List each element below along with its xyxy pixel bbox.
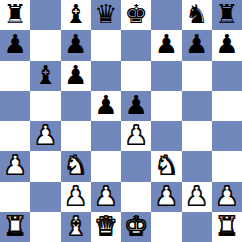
piece-black-rook[interactable]: ♜ bbox=[215, 1, 238, 27]
piece-black-queen[interactable]: ♛ bbox=[94, 1, 117, 27]
square-e2[interactable] bbox=[121, 182, 151, 212]
piece-white-bishop[interactable]: ♝ bbox=[64, 213, 87, 239]
square-a5[interactable] bbox=[0, 91, 30, 121]
square-d1[interactable]: ♛ bbox=[91, 212, 121, 242]
square-b7[interactable] bbox=[30, 30, 60, 60]
piece-black-bishop[interactable]: ♝ bbox=[64, 1, 87, 27]
piece-white-pawn[interactable]: ♟ bbox=[215, 183, 238, 209]
piece-black-pawn[interactable]: ♟ bbox=[215, 31, 238, 57]
piece-white-pawn[interactable]: ♟ bbox=[34, 122, 57, 148]
square-c5[interactable] bbox=[61, 91, 91, 121]
square-f8[interactable] bbox=[151, 0, 181, 30]
piece-white-rook[interactable]: ♜ bbox=[3, 213, 26, 239]
square-d8[interactable]: ♛ bbox=[91, 0, 121, 30]
piece-white-pawn[interactable]: ♟ bbox=[64, 183, 87, 209]
square-d7[interactable] bbox=[91, 30, 121, 60]
piece-black-king[interactable]: ♚ bbox=[124, 1, 147, 27]
piece-black-pawn[interactable]: ♟ bbox=[155, 31, 178, 57]
piece-white-knight[interactable]: ♞ bbox=[155, 152, 178, 178]
piece-white-pawn[interactable]: ♟ bbox=[155, 183, 178, 209]
piece-black-pawn[interactable]: ♟ bbox=[3, 31, 26, 57]
square-e4[interactable]: ♟ bbox=[121, 121, 151, 151]
square-g2[interactable]: ♟ bbox=[182, 182, 212, 212]
piece-white-pawn[interactable]: ♟ bbox=[124, 122, 147, 148]
square-h8[interactable]: ♜ bbox=[212, 0, 242, 30]
piece-white-pawn[interactable]: ♟ bbox=[94, 183, 117, 209]
square-a4[interactable] bbox=[0, 121, 30, 151]
square-d3[interactable] bbox=[91, 151, 121, 181]
square-g8[interactable]: ♞ bbox=[182, 0, 212, 30]
square-d5[interactable]: ♟ bbox=[91, 91, 121, 121]
piece-white-knight[interactable]: ♞ bbox=[64, 152, 87, 178]
piece-black-knight[interactable]: ♞ bbox=[185, 1, 208, 27]
piece-white-king[interactable]: ♚ bbox=[124, 213, 147, 239]
square-e7[interactable] bbox=[121, 30, 151, 60]
piece-black-pawn[interactable]: ♟ bbox=[64, 62, 87, 88]
square-h1[interactable]: ♜ bbox=[212, 212, 242, 242]
square-b3[interactable] bbox=[30, 151, 60, 181]
square-a3[interactable]: ♟ bbox=[0, 151, 30, 181]
square-h4[interactable] bbox=[212, 121, 242, 151]
square-c7[interactable]: ♟ bbox=[61, 30, 91, 60]
square-g3[interactable] bbox=[182, 151, 212, 181]
square-f2[interactable]: ♟ bbox=[151, 182, 181, 212]
square-e3[interactable] bbox=[121, 151, 151, 181]
square-c3[interactable]: ♞ bbox=[61, 151, 91, 181]
square-a2[interactable] bbox=[0, 182, 30, 212]
square-e5[interactable]: ♟ bbox=[121, 91, 151, 121]
square-d4[interactable] bbox=[91, 121, 121, 151]
square-b2[interactable] bbox=[30, 182, 60, 212]
square-d6[interactable] bbox=[91, 61, 121, 91]
square-h6[interactable] bbox=[212, 61, 242, 91]
square-h5[interactable] bbox=[212, 91, 242, 121]
square-f1[interactable] bbox=[151, 212, 181, 242]
square-h3[interactable] bbox=[212, 151, 242, 181]
square-h7[interactable]: ♟ bbox=[212, 30, 242, 60]
square-f3[interactable]: ♞ bbox=[151, 151, 181, 181]
square-f7[interactable]: ♟ bbox=[151, 30, 181, 60]
square-d2[interactable]: ♟ bbox=[91, 182, 121, 212]
square-c1[interactable]: ♝ bbox=[61, 212, 91, 242]
chess-board: ♜♝♛♚♞♜♟♟♟♟♟♝♟♟♟♟♟♟♞♞♟♟♟♟♟♜♝♛♚♜ bbox=[0, 0, 242, 242]
square-b8[interactable] bbox=[30, 0, 60, 30]
square-b5[interactable] bbox=[30, 91, 60, 121]
square-c2[interactable]: ♟ bbox=[61, 182, 91, 212]
square-e6[interactable] bbox=[121, 61, 151, 91]
square-c6[interactable]: ♟ bbox=[61, 61, 91, 91]
square-h2[interactable]: ♟ bbox=[212, 182, 242, 212]
piece-white-pawn[interactable]: ♟ bbox=[3, 152, 26, 178]
piece-black-rook[interactable]: ♜ bbox=[3, 1, 26, 27]
square-b1[interactable] bbox=[30, 212, 60, 242]
square-g6[interactable] bbox=[182, 61, 212, 91]
square-g1[interactable] bbox=[182, 212, 212, 242]
square-c8[interactable]: ♝ bbox=[61, 0, 91, 30]
square-f6[interactable] bbox=[151, 61, 181, 91]
square-c4[interactable] bbox=[61, 121, 91, 151]
square-a1[interactable]: ♜ bbox=[0, 212, 30, 242]
piece-white-rook[interactable]: ♜ bbox=[215, 213, 238, 239]
square-f5[interactable] bbox=[151, 91, 181, 121]
piece-black-pawn[interactable]: ♟ bbox=[64, 31, 87, 57]
piece-black-bishop[interactable]: ♝ bbox=[34, 62, 57, 88]
square-f4[interactable] bbox=[151, 121, 181, 151]
square-g5[interactable] bbox=[182, 91, 212, 121]
piece-white-queen[interactable]: ♛ bbox=[94, 213, 117, 239]
square-a8[interactable]: ♜ bbox=[0, 0, 30, 30]
piece-white-pawn[interactable]: ♟ bbox=[185, 183, 208, 209]
piece-black-pawn[interactable]: ♟ bbox=[124, 92, 147, 118]
square-g4[interactable] bbox=[182, 121, 212, 151]
square-e8[interactable]: ♚ bbox=[121, 0, 151, 30]
piece-black-pawn[interactable]: ♟ bbox=[94, 92, 117, 118]
square-a6[interactable] bbox=[0, 61, 30, 91]
square-b6[interactable]: ♝ bbox=[30, 61, 60, 91]
square-b4[interactable]: ♟ bbox=[30, 121, 60, 151]
square-e1[interactable]: ♚ bbox=[121, 212, 151, 242]
square-g7[interactable]: ♟ bbox=[182, 30, 212, 60]
piece-black-pawn[interactable]: ♟ bbox=[185, 31, 208, 57]
square-a7[interactable]: ♟ bbox=[0, 30, 30, 60]
